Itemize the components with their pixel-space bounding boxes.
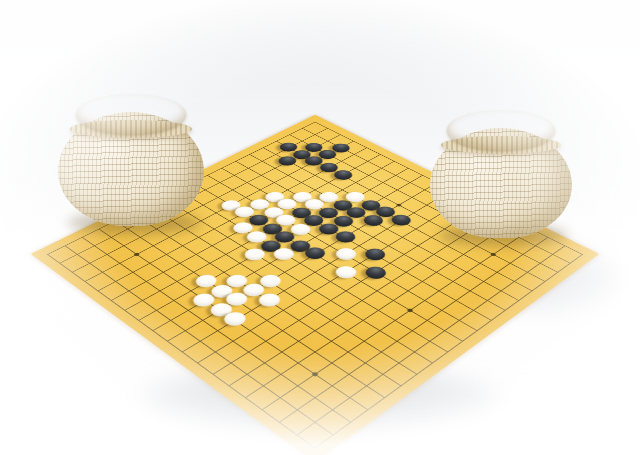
white-stone (189, 291, 219, 310)
white-stone (332, 264, 361, 281)
white-stone (239, 281, 268, 299)
white-stone (222, 290, 252, 308)
stone-bowl-right (430, 110, 572, 238)
white-stone (206, 300, 236, 319)
bowl-lid (76, 94, 187, 134)
star-point (406, 308, 414, 313)
white-stone (256, 272, 285, 290)
white-stone (255, 291, 285, 310)
white-stone (222, 272, 251, 290)
star-point (216, 308, 224, 313)
white-stone (192, 272, 221, 290)
stone-bowl-left (58, 94, 204, 226)
black-stone (361, 264, 390, 281)
star-point (311, 371, 319, 376)
bowl-lid (447, 110, 555, 150)
photo-frame (0, 0, 640, 455)
white-stone (207, 282, 237, 300)
white-stone (219, 309, 249, 328)
